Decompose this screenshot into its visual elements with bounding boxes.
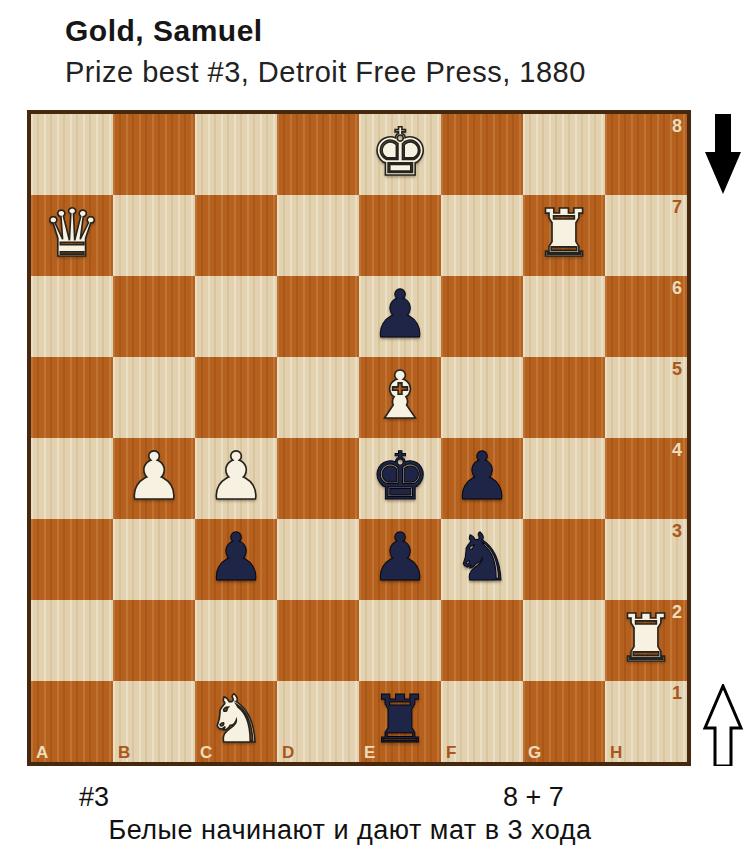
square-f1[interactable]: F	[441, 681, 523, 762]
file-label-e: E	[364, 744, 375, 761]
square-h2[interactable]: ♜2	[605, 600, 687, 681]
piece-black-rook-e1: ♜	[370, 687, 429, 753]
square-c7[interactable]	[195, 195, 277, 276]
piece-white-bishop-e5: ♝	[370, 363, 429, 429]
square-d4[interactable]	[277, 438, 359, 519]
square-e5[interactable]: ♝	[359, 357, 441, 438]
file-label-f: F	[446, 744, 456, 761]
piece-black-pawn-f4: ♟	[452, 444, 511, 510]
file-label-a: A	[36, 744, 48, 761]
square-b7[interactable]	[113, 195, 195, 276]
square-d3[interactable]	[277, 519, 359, 600]
square-f5[interactable]	[441, 357, 523, 438]
square-f3[interactable]: ♞	[441, 519, 523, 600]
square-d8[interactable]	[277, 114, 359, 195]
piece-black-knight-f3: ♞	[452, 525, 511, 591]
square-e1[interactable]: ♜E	[359, 681, 441, 762]
square-c5[interactable]	[195, 357, 277, 438]
square-c4[interactable]: ♟	[195, 438, 277, 519]
square-d7[interactable]	[277, 195, 359, 276]
square-b3[interactable]	[113, 519, 195, 600]
square-f2[interactable]	[441, 600, 523, 681]
piece-white-pawn-c4: ♟	[206, 444, 265, 510]
square-h5[interactable]: 5	[605, 357, 687, 438]
square-b5[interactable]	[113, 357, 195, 438]
file-label-h: H	[610, 744, 622, 761]
rank-label-2: 2	[672, 603, 682, 621]
square-f4[interactable]: ♟	[441, 438, 523, 519]
square-g7[interactable]: ♜	[523, 195, 605, 276]
square-d5[interactable]	[277, 357, 359, 438]
file-label-c: C	[200, 744, 212, 761]
square-c3[interactable]: ♟	[195, 519, 277, 600]
square-b8[interactable]	[113, 114, 195, 195]
square-a7[interactable]: ♛	[31, 195, 113, 276]
black-to-move-down-arrow-icon	[701, 114, 745, 196]
square-a4[interactable]	[31, 438, 113, 519]
square-h7[interactable]: 7	[605, 195, 687, 276]
square-g4[interactable]	[523, 438, 605, 519]
square-e2[interactable]	[359, 600, 441, 681]
square-e7[interactable]	[359, 195, 441, 276]
rank-label-5: 5	[672, 360, 682, 378]
rank-label-4: 4	[672, 441, 682, 459]
square-h3[interactable]: 3	[605, 519, 687, 600]
square-g8[interactable]	[523, 114, 605, 195]
square-h4[interactable]: 4	[605, 438, 687, 519]
file-label-g: G	[528, 744, 541, 761]
square-a2[interactable]	[31, 600, 113, 681]
stipulation-row: #3 8 + 7	[0, 782, 756, 814]
square-h1[interactable]: H1	[605, 681, 687, 762]
square-e3[interactable]: ♟	[359, 519, 441, 600]
rank-label-6: 6	[672, 279, 682, 297]
square-b2[interactable]	[113, 600, 195, 681]
square-d1[interactable]: D	[277, 681, 359, 762]
square-b4[interactable]: ♟	[113, 438, 195, 519]
square-g5[interactable]	[523, 357, 605, 438]
piece-count: 8 + 7	[503, 782, 564, 813]
piece-black-pawn-c3: ♟	[206, 525, 265, 591]
piece-black-pawn-e6: ♟	[370, 282, 429, 348]
square-a8[interactable]	[31, 114, 113, 195]
square-e6[interactable]: ♟	[359, 276, 441, 357]
square-c6[interactable]	[195, 276, 277, 357]
white-to-move-up-arrow-icon	[701, 684, 745, 766]
piece-white-king-e8: ♚	[370, 120, 429, 186]
square-g1[interactable]: G	[523, 681, 605, 762]
file-label-b: B	[118, 744, 130, 761]
square-d2[interactable]	[277, 600, 359, 681]
piece-white-knight-c1: ♞	[206, 687, 265, 753]
square-c2[interactable]	[195, 600, 277, 681]
stipulation-mate-in-3: #3	[79, 782, 109, 813]
square-c1[interactable]: ♞C	[195, 681, 277, 762]
square-e8[interactable]: ♚	[359, 114, 441, 195]
square-g2[interactable]	[523, 600, 605, 681]
square-d6[interactable]	[277, 276, 359, 357]
piece-white-rook-h2: ♜	[616, 606, 675, 672]
source-line: Prize best #3, Detroit Free Press, 1880	[65, 56, 586, 89]
square-f8[interactable]	[441, 114, 523, 195]
square-g6[interactable]	[523, 276, 605, 357]
piece-white-rook-g7: ♜	[534, 201, 593, 267]
piece-black-pawn-e3: ♟	[370, 525, 429, 591]
rank-label-1: 1	[672, 684, 682, 702]
caption-text: Белые начинают и дают мат в 3 хода	[0, 815, 700, 846]
square-a1[interactable]: A	[31, 681, 113, 762]
header: Gold, Samuel Prize best #3, Detroit Free…	[65, 14, 586, 89]
square-f7[interactable]	[441, 195, 523, 276]
piece-white-pawn-b4: ♟	[124, 444, 183, 510]
square-a3[interactable]	[31, 519, 113, 600]
square-a5[interactable]	[31, 357, 113, 438]
square-c8[interactable]	[195, 114, 277, 195]
rank-label-7: 7	[672, 198, 682, 216]
square-g3[interactable]	[523, 519, 605, 600]
square-e4[interactable]: ♚	[359, 438, 441, 519]
rank-label-8: 8	[672, 117, 682, 135]
rank-label-3: 3	[672, 522, 682, 540]
square-a6[interactable]	[31, 276, 113, 357]
file-label-d: D	[282, 744, 294, 761]
square-h6[interactable]: 6	[605, 276, 687, 357]
composer-name: Gold, Samuel	[65, 14, 586, 48]
piece-white-queen-a7: ♛	[42, 201, 101, 267]
square-b6[interactable]	[113, 276, 195, 357]
square-h8[interactable]: 8	[605, 114, 687, 195]
chess-board: ♚8♛♜7♟6♝5♟♟♚♟4♟♟♞3♜2AB♞CD♜EFGH1	[27, 110, 691, 766]
square-b1[interactable]: B	[113, 681, 195, 762]
square-f6[interactable]	[441, 276, 523, 357]
piece-black-king-e4: ♚	[370, 444, 429, 510]
